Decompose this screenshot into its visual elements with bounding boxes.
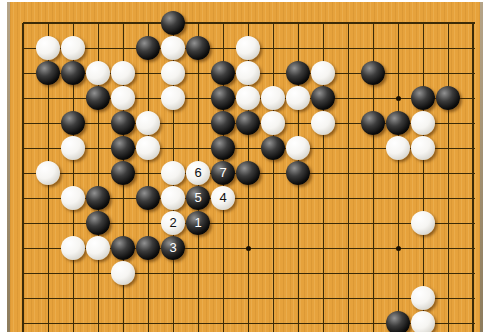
board-right-edge-shadow — [480, 2, 483, 332]
stone-white[interactable] — [286, 86, 310, 110]
stone-black[interactable] — [211, 111, 235, 135]
stone-white[interactable] — [411, 111, 435, 135]
stone-black[interactable] — [436, 86, 460, 110]
stone-black[interactable]: 5 — [186, 186, 210, 210]
grid-line-vertical — [348, 23, 349, 332]
stone-black[interactable] — [211, 136, 235, 160]
stone-black[interactable] — [111, 111, 135, 135]
star-point — [396, 96, 401, 101]
stone-white[interactable] — [286, 136, 310, 160]
stone-white[interactable] — [261, 86, 285, 110]
stone-black[interactable] — [286, 61, 310, 85]
board-frame: 6754213 — [7, 2, 483, 332]
stone-black[interactable]: 3 — [161, 236, 185, 260]
grid-line-vertical — [148, 23, 149, 332]
stone-black[interactable] — [386, 311, 410, 332]
stone-white[interactable] — [236, 86, 260, 110]
stone-black[interactable] — [211, 61, 235, 85]
stone-white[interactable] — [111, 86, 135, 110]
stone-white[interactable] — [411, 211, 435, 235]
stone-black[interactable] — [136, 36, 160, 60]
stone-black[interactable]: 1 — [186, 211, 210, 235]
stone-white[interactable] — [236, 61, 260, 85]
stone-black[interactable] — [136, 236, 160, 260]
stone-white[interactable] — [136, 136, 160, 160]
move-number: 2 — [161, 211, 185, 235]
stone-black[interactable] — [236, 161, 260, 185]
stone-black[interactable] — [61, 61, 85, 85]
stone-white[interactable] — [36, 161, 60, 185]
stone-white[interactable] — [311, 61, 335, 85]
stone-black[interactable] — [286, 161, 310, 185]
stone-black[interactable] — [311, 86, 335, 110]
stone-white[interactable] — [61, 186, 85, 210]
stone-black[interactable] — [186, 36, 210, 60]
stone-white[interactable] — [161, 186, 185, 210]
stone-white[interactable] — [61, 36, 85, 60]
stone-black[interactable] — [136, 186, 160, 210]
stone-black[interactable] — [236, 111, 260, 135]
grid-line-vertical — [448, 23, 449, 332]
move-number: 7 — [211, 161, 235, 185]
stone-black[interactable] — [161, 11, 185, 35]
grid-line-horizontal — [23, 298, 475, 299]
stone-white[interactable] — [161, 86, 185, 110]
grid-line-vertical — [398, 23, 399, 332]
stone-white[interactable] — [161, 61, 185, 85]
stone-black[interactable] — [36, 61, 60, 85]
stone-white[interactable]: 4 — [211, 186, 235, 210]
stone-black[interactable] — [86, 211, 110, 235]
stone-white[interactable] — [411, 311, 435, 332]
stone-black[interactable] — [61, 111, 85, 135]
star-point — [396, 246, 401, 251]
stone-white[interactable] — [136, 111, 160, 135]
stone-white[interactable] — [411, 286, 435, 310]
stone-white[interactable] — [161, 161, 185, 185]
stone-white[interactable] — [311, 111, 335, 135]
stone-black[interactable]: 7 — [211, 161, 235, 185]
stone-black[interactable] — [386, 111, 410, 135]
grid-line-horizontal — [23, 22, 475, 24]
stone-black[interactable] — [361, 61, 385, 85]
move-number: 1 — [186, 211, 210, 235]
stone-white[interactable] — [36, 36, 60, 60]
move-number: 3 — [161, 236, 185, 260]
go-board[interactable]: 6754213 — [10, 2, 480, 332]
stone-white[interactable]: 6 — [186, 161, 210, 185]
grid-line-vertical — [273, 23, 274, 332]
stone-white[interactable] — [111, 61, 135, 85]
stone-white[interactable] — [161, 36, 185, 60]
stone-black[interactable] — [86, 186, 110, 210]
stone-white[interactable] — [61, 236, 85, 260]
stone-white[interactable]: 2 — [161, 211, 185, 235]
stone-white[interactable] — [411, 136, 435, 160]
stone-black[interactable] — [361, 111, 385, 135]
move-number: 6 — [186, 161, 210, 185]
star-point — [246, 246, 251, 251]
stone-white[interactable] — [86, 61, 110, 85]
stone-black[interactable] — [86, 86, 110, 110]
stone-white[interactable] — [386, 136, 410, 160]
stone-white[interactable] — [236, 36, 260, 60]
stone-white[interactable] — [261, 111, 285, 135]
stone-white[interactable] — [86, 236, 110, 260]
stone-black[interactable] — [211, 86, 235, 110]
move-number: 4 — [211, 186, 235, 210]
grid-line-vertical — [472, 23, 474, 332]
grid-line-horizontal — [23, 273, 475, 274]
stone-black[interactable] — [261, 136, 285, 160]
stone-black[interactable] — [111, 161, 135, 185]
stone-black[interactable] — [111, 136, 135, 160]
move-number: 5 — [186, 186, 210, 210]
stone-black[interactable] — [411, 86, 435, 110]
go-diagram: 6754213 — [0, 0, 500, 332]
stone-white[interactable] — [111, 261, 135, 285]
grid-line-vertical — [22, 23, 24, 332]
stone-white[interactable] — [61, 136, 85, 160]
stone-black[interactable] — [111, 236, 135, 260]
